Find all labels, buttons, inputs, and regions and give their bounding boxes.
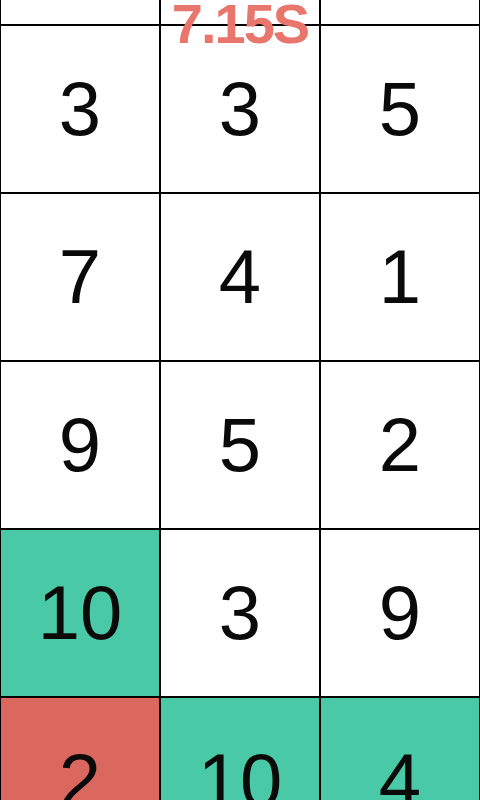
grid-cell-r0c0[interactable] — [0, 0, 160, 25]
cell-number: 10 — [198, 743, 283, 800]
cell-number: 2 — [379, 407, 421, 483]
grid-cell-r2c2[interactable]: 1 — [320, 193, 480, 361]
grid-cell-r5c0[interactable]: 2 — [0, 697, 160, 800]
grid-cell-r2c1[interactable]: 4 — [160, 193, 320, 361]
grid-cell-r0c2[interactable] — [320, 0, 480, 25]
cell-number: 3 — [219, 575, 261, 651]
number-grid: 33574195210392104 — [0, 0, 480, 800]
grid-cell-r0c1[interactable] — [160, 0, 320, 25]
grid-cell-r1c0[interactable]: 3 — [0, 25, 160, 193]
grid-cell-r1c1[interactable]: 3 — [160, 25, 320, 193]
grid-cell-r4c1[interactable]: 3 — [160, 529, 320, 697]
grid-cell-r5c1[interactable]: 10 — [160, 697, 320, 800]
cell-number: 5 — [379, 71, 421, 147]
grid-cell-r4c2[interactable]: 9 — [320, 529, 480, 697]
cell-number: 7 — [59, 239, 101, 315]
cell-number: 3 — [59, 71, 101, 147]
grid-cell-r1c2[interactable]: 5 — [320, 25, 480, 193]
grid-cell-r2c0[interactable]: 7 — [0, 193, 160, 361]
cell-number: 2 — [59, 743, 101, 800]
cell-number: 10 — [38, 575, 123, 651]
cell-number: 4 — [379, 743, 421, 800]
cell-number: 9 — [59, 407, 101, 483]
cell-number: 9 — [379, 575, 421, 651]
cell-number: 3 — [219, 71, 261, 147]
game-screen: 33574195210392104 7.15S — [0, 0, 480, 800]
cell-number: 1 — [379, 239, 421, 315]
grid-cell-r4c0[interactable]: 10 — [0, 529, 160, 697]
grid-cell-r3c2[interactable]: 2 — [320, 361, 480, 529]
grid-cell-r5c2[interactable]: 4 — [320, 697, 480, 800]
grid-cell-r3c1[interactable]: 5 — [160, 361, 320, 529]
cell-number: 4 — [219, 239, 261, 315]
cell-number: 5 — [219, 407, 261, 483]
grid-cell-r3c0[interactable]: 9 — [0, 361, 160, 529]
